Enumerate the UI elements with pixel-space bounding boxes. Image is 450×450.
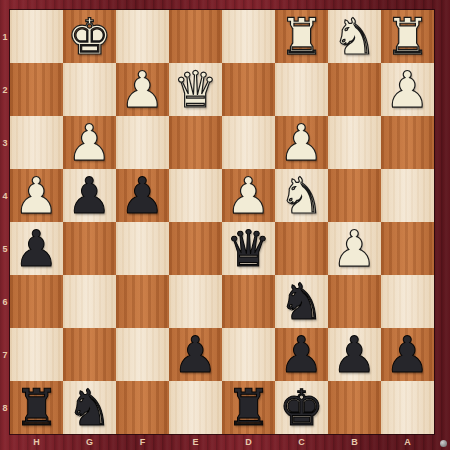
square-e5[interactable] [169, 222, 222, 275]
black-pawn-piece[interactable]: ♟ [63, 169, 116, 222]
square-b6[interactable] [328, 275, 381, 328]
black-pawn-piece[interactable]: ♟ [116, 169, 169, 222]
square-h6[interactable] [10, 275, 63, 328]
rank-label-6: 6 [0, 296, 10, 308]
file-label-g: G [63, 436, 116, 448]
square-c4[interactable]: ♞ [275, 169, 328, 222]
white-knight-piece[interactable]: ♞ [275, 169, 328, 222]
square-h7[interactable] [10, 328, 63, 381]
square-d6[interactable] [222, 275, 275, 328]
square-b2[interactable] [328, 63, 381, 116]
white-pawn-piece[interactable]: ♟ [63, 116, 116, 169]
square-f8[interactable] [116, 381, 169, 434]
white-knight-piece[interactable]: ♞ [328, 10, 381, 63]
square-e8[interactable] [169, 381, 222, 434]
square-e2[interactable]: ♛ [169, 63, 222, 116]
square-d2[interactable] [222, 63, 275, 116]
square-f4[interactable]: ♟ [116, 169, 169, 222]
square-h5[interactable]: ♟ [10, 222, 63, 275]
square-c1[interactable]: ♜ [275, 10, 328, 63]
black-pawn-piece[interactable]: ♟ [169, 328, 222, 381]
black-pawn-piece[interactable]: ♟ [381, 328, 434, 381]
square-d1[interactable] [222, 10, 275, 63]
white-king-piece[interactable]: ♚ [63, 10, 116, 63]
square-a2[interactable]: ♟ [381, 63, 434, 116]
file-label-b: B [328, 436, 381, 448]
file-label-e: E [169, 436, 222, 448]
square-e6[interactable] [169, 275, 222, 328]
white-pawn-piece[interactable]: ♟ [10, 169, 63, 222]
rank-label-1: 1 [0, 31, 10, 43]
square-e3[interactable] [169, 116, 222, 169]
square-e7[interactable]: ♟ [169, 328, 222, 381]
square-a7[interactable]: ♟ [381, 328, 434, 381]
square-c7[interactable]: ♟ [275, 328, 328, 381]
square-g2[interactable] [63, 63, 116, 116]
square-d4[interactable]: ♟ [222, 169, 275, 222]
square-g6[interactable] [63, 275, 116, 328]
rank-label-7: 7 [0, 349, 10, 361]
square-a5[interactable] [381, 222, 434, 275]
square-c2[interactable] [275, 63, 328, 116]
square-c5[interactable] [275, 222, 328, 275]
file-label-d: D [222, 436, 275, 448]
square-h8[interactable]: ♜ [10, 381, 63, 434]
square-f2[interactable]: ♟ [116, 63, 169, 116]
square-f3[interactable] [116, 116, 169, 169]
rank-label-2: 2 [0, 84, 10, 96]
square-d8[interactable]: ♜ [222, 381, 275, 434]
black-knight-piece[interactable]: ♞ [63, 381, 116, 434]
file-label-c: C [275, 436, 328, 448]
black-pawn-piece[interactable]: ♟ [10, 222, 63, 275]
file-label-a: A [381, 436, 434, 448]
square-g7[interactable] [63, 328, 116, 381]
square-a4[interactable] [381, 169, 434, 222]
square-h1[interactable] [10, 10, 63, 63]
square-d5[interactable]: ♛ [222, 222, 275, 275]
square-h3[interactable] [10, 116, 63, 169]
square-c3[interactable]: ♟ [275, 116, 328, 169]
square-g5[interactable] [63, 222, 116, 275]
rank-label-8: 8 [0, 402, 10, 414]
black-pawn-piece[interactable]: ♟ [275, 328, 328, 381]
file-label-f: F [116, 436, 169, 448]
square-a1[interactable]: ♜ [381, 10, 434, 63]
square-b7[interactable]: ♟ [328, 328, 381, 381]
square-f1[interactable] [116, 10, 169, 63]
square-h4[interactable]: ♟ [10, 169, 63, 222]
white-pawn-piece[interactable]: ♟ [116, 63, 169, 116]
square-g1[interactable]: ♚ [63, 10, 116, 63]
white-pawn-piece[interactable]: ♟ [275, 116, 328, 169]
corner-dot [440, 440, 447, 447]
square-d7[interactable] [222, 328, 275, 381]
square-f5[interactable] [116, 222, 169, 275]
square-b8[interactable] [328, 381, 381, 434]
square-f6[interactable] [116, 275, 169, 328]
chess-board-frame: ♚♜♞♜♟♛♟♟♟♟♟♟♟♞♟♛♟♞♟♟♟♟♜♞♜♚ 12345678HGFED… [0, 0, 450, 450]
white-pawn-piece[interactable]: ♟ [222, 169, 275, 222]
black-knight-piece[interactable]: ♞ [275, 275, 328, 328]
square-b1[interactable]: ♞ [328, 10, 381, 63]
square-g3[interactable]: ♟ [63, 116, 116, 169]
square-a6[interactable] [381, 275, 434, 328]
white-pawn-piece[interactable]: ♟ [381, 63, 434, 116]
square-f7[interactable] [116, 328, 169, 381]
square-c6[interactable]: ♞ [275, 275, 328, 328]
square-d3[interactable] [222, 116, 275, 169]
rank-label-5: 5 [0, 243, 10, 255]
black-pawn-piece[interactable]: ♟ [328, 328, 381, 381]
square-h2[interactable] [10, 63, 63, 116]
square-c8[interactable]: ♚ [275, 381, 328, 434]
square-g4[interactable]: ♟ [63, 169, 116, 222]
square-b5[interactable]: ♟ [328, 222, 381, 275]
square-g8[interactable]: ♞ [63, 381, 116, 434]
rank-label-4: 4 [0, 190, 10, 202]
rank-label-3: 3 [0, 137, 10, 149]
black-rook-piece[interactable]: ♜ [10, 381, 63, 434]
square-b3[interactable] [328, 116, 381, 169]
square-a8[interactable] [381, 381, 434, 434]
chess-board: ♚♜♞♜♟♛♟♟♟♟♟♟♟♞♟♛♟♞♟♟♟♟♜♞♜♚ [10, 10, 434, 434]
square-e1[interactable] [169, 10, 222, 63]
black-rook-piece[interactable]: ♜ [222, 381, 275, 434]
square-e4[interactable] [169, 169, 222, 222]
white-queen-piece[interactable]: ♛ [169, 63, 222, 116]
file-label-h: H [10, 436, 63, 448]
white-rook-piece[interactable]: ♜ [381, 10, 434, 63]
white-pawn-piece[interactable]: ♟ [328, 222, 381, 275]
white-rook-piece[interactable]: ♜ [275, 10, 328, 63]
square-a3[interactable] [381, 116, 434, 169]
square-b4[interactable] [328, 169, 381, 222]
black-queen-piece[interactable]: ♛ [222, 222, 275, 275]
black-king-piece[interactable]: ♚ [275, 381, 328, 434]
